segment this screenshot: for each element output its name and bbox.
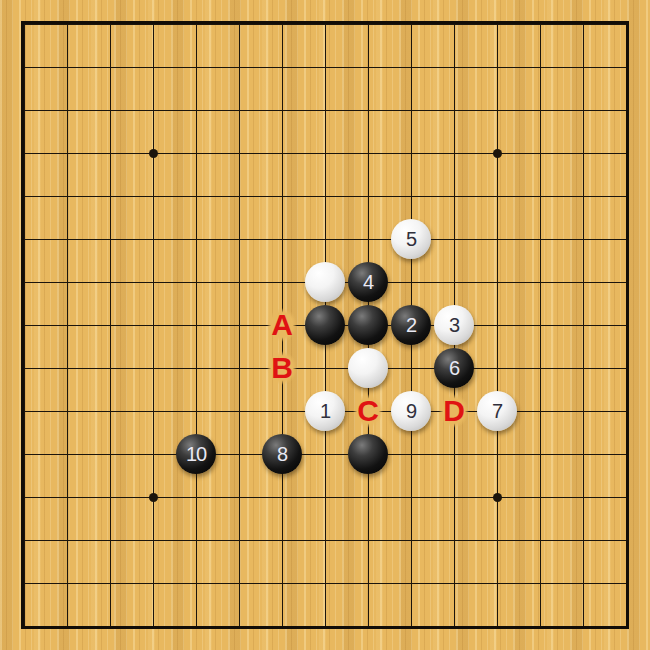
variation-marker-C[interactable]: C	[347, 390, 390, 433]
stone-black-move-8[interactable]: 8	[262, 434, 302, 474]
move-number: 10	[186, 444, 206, 464]
move-number: 5	[406, 229, 416, 249]
stone-white[interactable]	[348, 348, 388, 388]
stone-white[interactable]	[305, 262, 345, 302]
variation-marker-label: D	[439, 394, 469, 428]
move-number: 1	[320, 401, 330, 421]
star-point	[493, 493, 502, 502]
variation-marker-B[interactable]: B	[261, 347, 304, 390]
stone-black[interactable]	[348, 434, 388, 474]
stone-white-move-9[interactable]: 9	[391, 391, 431, 431]
variation-marker-label: A	[267, 308, 297, 342]
variation-marker-label: C	[353, 394, 383, 428]
star-point	[493, 149, 502, 158]
stone-white-move-7[interactable]: 7	[477, 391, 517, 431]
variation-marker-D[interactable]: D	[433, 390, 476, 433]
stone-black-move-6[interactable]: 6	[434, 348, 474, 388]
stone-black-move-10[interactable]: 10	[176, 434, 216, 474]
stone-black[interactable]	[348, 305, 388, 345]
move-number: 4	[363, 272, 373, 292]
star-point	[149, 149, 158, 158]
stone-black[interactable]	[305, 305, 345, 345]
stone-black-move-4[interactable]: 4	[348, 262, 388, 302]
stone-white-move-1[interactable]: 1	[305, 391, 345, 431]
move-number: 7	[492, 401, 502, 421]
move-number: 9	[406, 401, 416, 421]
move-number: 2	[406, 315, 416, 335]
goban-intersections[interactable]: 54236197108ABCD	[3, 3, 648, 648]
stone-black-move-2[interactable]: 2	[391, 305, 431, 345]
move-number: 8	[277, 444, 287, 464]
goban-board: 54236197108ABCD	[0, 0, 650, 650]
variation-marker-A[interactable]: A	[261, 304, 304, 347]
stone-white-move-3[interactable]: 3	[434, 305, 474, 345]
move-number: 6	[449, 358, 459, 378]
star-point	[149, 493, 158, 502]
stone-white-move-5[interactable]: 5	[391, 219, 431, 259]
move-number: 3	[449, 315, 459, 335]
variation-marker-label: B	[267, 351, 297, 385]
